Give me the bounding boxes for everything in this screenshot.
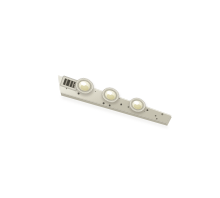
- led-module-illustration: [0, 0, 220, 198]
- solder-dot: [103, 102, 105, 104]
- solder-dot: [156, 118, 157, 119]
- solder-dot: [119, 98, 120, 99]
- solder-dot: [109, 105, 111, 107]
- solder-dot: [66, 88, 67, 89]
- solder-dot: [95, 91, 96, 92]
- solder-dot: [128, 106, 130, 108]
- solder-dot: [120, 104, 122, 106]
- product-photo: [0, 0, 220, 198]
- solder-dot: [144, 111, 145, 112]
- solder-dot: [78, 92, 80, 94]
- solder-dot: [161, 113, 163, 115]
- solder-dot: [74, 84, 75, 85]
- solder-dot: [155, 115, 157, 117]
- solder-dot: [147, 109, 149, 111]
